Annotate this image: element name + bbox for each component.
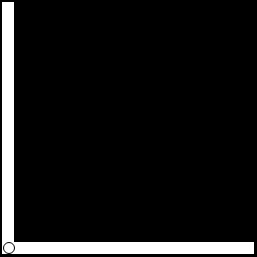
white-to-move-indicator: [3, 242, 15, 254]
rank-labels-column: [2, 2, 14, 242]
chess-board[interactable]: [14, 2, 254, 242]
chess-diagram: [0, 0, 257, 257]
file-labels-row: [2, 242, 254, 254]
